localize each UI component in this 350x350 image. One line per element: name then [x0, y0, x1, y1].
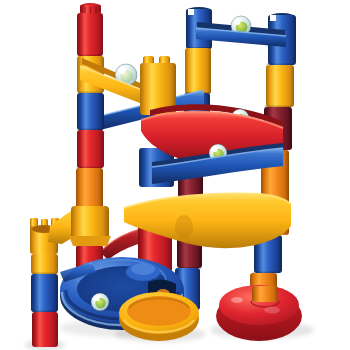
marble-run-photo	[0, 0, 350, 350]
glass-marble	[91, 293, 109, 311]
red-round-base	[216, 285, 302, 341]
yellow-cup-arm	[48, 206, 111, 246]
yellow-catch-dish	[119, 292, 199, 341]
